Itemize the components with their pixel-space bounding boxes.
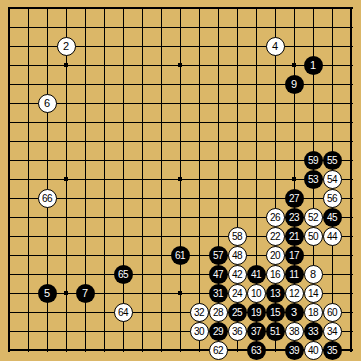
stone-number: 11: [289, 269, 298, 280]
stone-black-21[interactable]: 21: [285, 227, 304, 246]
stone-white-56[interactable]: 56: [323, 189, 342, 208]
stone-black-59[interactable]: 59: [304, 151, 323, 170]
stone-black-27[interactable]: 27: [285, 189, 304, 208]
stone-white-58[interactable]: 58: [228, 227, 247, 246]
stone-number: 9: [291, 78, 297, 90]
stone-white-52[interactable]: 52: [304, 208, 323, 227]
stone-number: 45: [327, 212, 337, 223]
stone-white-30[interactable]: 30: [190, 322, 209, 341]
stone-number: 8: [310, 268, 316, 280]
stone-white-26[interactable]: 26: [266, 208, 285, 227]
stone-white-2[interactable]: 2: [57, 37, 76, 56]
stone-white-38[interactable]: 38: [285, 322, 304, 341]
stone-number: 28: [213, 307, 223, 318]
stone-number: 48: [232, 250, 242, 261]
stone-white-32[interactable]: 32: [190, 303, 209, 322]
star-point: [292, 177, 296, 181]
stone-black-15[interactable]: 15: [266, 303, 285, 322]
stone-number: 33: [308, 326, 318, 337]
stone-number: 31: [213, 288, 223, 299]
stone-black-47[interactable]: 47: [209, 265, 228, 284]
stone-white-14[interactable]: 14: [304, 284, 323, 303]
stone-number: 34: [327, 326, 337, 337]
stone-white-6[interactable]: 6: [38, 94, 57, 113]
stone-black-33[interactable]: 33: [304, 322, 323, 341]
stone-number: 23: [289, 212, 299, 223]
stone-number: 65: [118, 269, 128, 280]
stone-number: 17: [289, 250, 299, 261]
stone-white-40[interactable]: 40: [304, 341, 323, 360]
stone-black-17[interactable]: 17: [285, 246, 304, 265]
stone-number: 6: [44, 97, 50, 109]
stone-number: 64: [118, 307, 128, 318]
stone-white-18[interactable]: 18: [304, 303, 323, 322]
stone-white-66[interactable]: 66: [38, 189, 57, 208]
stone-number: 26: [270, 212, 280, 223]
stone-number: 5: [44, 287, 50, 299]
stone-number: 18: [308, 307, 318, 318]
stone-white-34[interactable]: 34: [323, 322, 342, 341]
stone-white-28[interactable]: 28: [209, 303, 228, 322]
stone-number: 62: [213, 345, 223, 356]
stone-number: 42: [232, 269, 242, 280]
stone-black-65[interactable]: 65: [114, 265, 133, 284]
star-point: [178, 177, 182, 181]
stone-number: 25: [232, 307, 242, 318]
stone-number: 37: [251, 326, 261, 337]
stone-number: 10: [251, 288, 261, 299]
stone-black-35[interactable]: 35: [323, 341, 342, 360]
stone-white-24[interactable]: 24: [228, 284, 247, 303]
stone-number: 44: [327, 231, 337, 242]
stone-black-7[interactable]: 7: [76, 284, 95, 303]
star-point: [64, 291, 68, 295]
stone-number: 38: [289, 326, 299, 337]
stone-number: 40: [308, 345, 318, 356]
stone-white-10[interactable]: 10: [247, 284, 266, 303]
stone-black-51[interactable]: 51: [266, 322, 285, 341]
stone-number: 4: [272, 40, 278, 52]
stone-number: 60: [327, 307, 337, 318]
star-point: [178, 63, 182, 67]
stone-number: 54: [327, 174, 337, 185]
stone-black-25[interactable]: 25: [228, 303, 247, 322]
stone-white-36[interactable]: 36: [228, 322, 247, 341]
star-point: [292, 63, 296, 67]
stone-number: 55: [327, 155, 337, 166]
stone-black-9[interactable]: 9: [285, 75, 304, 94]
stone-number: 1: [310, 59, 316, 71]
stone-number: 57: [213, 250, 223, 261]
stone-number: 41: [251, 269, 261, 280]
stone-black-37[interactable]: 37: [247, 322, 266, 341]
stone-black-3[interactable]: 3: [285, 303, 304, 322]
stone-black-11[interactable]: 11: [285, 265, 304, 284]
stone-number: 22: [270, 231, 280, 242]
stone-number: 3: [291, 306, 297, 318]
stone-white-48[interactable]: 48: [228, 246, 247, 265]
stone-black-61[interactable]: 61: [171, 246, 190, 265]
stone-number: 58: [232, 231, 242, 242]
stone-number: 15: [270, 307, 280, 318]
stone-white-54[interactable]: 54: [323, 170, 342, 189]
stone-number: 39: [289, 345, 299, 356]
star-point: [64, 177, 68, 181]
stone-white-12[interactable]: 12: [285, 284, 304, 303]
stone-number: 36: [232, 326, 242, 337]
stone-number: 14: [308, 288, 318, 299]
go-board[interactable]: 1234567891011121314151617181920212223242…: [0, 0, 361, 361]
stone-black-31[interactable]: 31: [209, 284, 228, 303]
stone-number: 12: [289, 288, 299, 299]
grid-line-vertical: [350, 7, 352, 352]
stone-white-50[interactable]: 50: [304, 227, 323, 246]
stone-white-62[interactable]: 62: [209, 341, 228, 360]
stone-black-45[interactable]: 45: [323, 208, 342, 227]
stone-black-5[interactable]: 5: [38, 284, 57, 303]
stone-number: 52: [308, 212, 318, 223]
stone-number: 27: [289, 193, 299, 204]
stone-black-13[interactable]: 13: [266, 284, 285, 303]
stone-number: 30: [194, 326, 204, 337]
star-point: [178, 291, 182, 295]
stone-white-60[interactable]: 60: [323, 303, 342, 322]
stone-black-23[interactable]: 23: [285, 208, 304, 227]
stone-number: 19: [251, 307, 261, 318]
stone-black-19[interactable]: 19: [247, 303, 266, 322]
stone-white-4[interactable]: 4: [266, 37, 285, 56]
go-board-diagram: 1234567891011121314151617181920212223242…: [0, 0, 361, 361]
stone-white-44[interactable]: 44: [323, 227, 342, 246]
stone-number: 16: [270, 269, 280, 280]
stone-number: 21: [289, 231, 299, 242]
stone-number: 2: [63, 40, 69, 52]
stone-black-55[interactable]: 55: [323, 151, 342, 170]
star-point: [64, 63, 68, 67]
stone-number: 29: [213, 326, 223, 337]
stone-white-20[interactable]: 20: [266, 246, 285, 265]
stone-white-8[interactable]: 8: [304, 265, 323, 284]
stone-white-64[interactable]: 64: [114, 303, 133, 322]
stone-black-29[interactable]: 29: [209, 322, 228, 341]
stone-black-53[interactable]: 53: [304, 170, 323, 189]
stone-number: 32: [194, 307, 204, 318]
grid-line-vertical: [199, 7, 200, 352]
stone-number: 7: [82, 287, 88, 299]
stone-white-22[interactable]: 22: [266, 227, 285, 246]
stone-number: 51: [270, 326, 280, 337]
stone-black-57[interactable]: 57: [209, 246, 228, 265]
stone-number: 53: [308, 174, 318, 185]
stone-number: 56: [327, 193, 337, 204]
stone-number: 20: [270, 250, 280, 261]
stone-number: 63: [251, 345, 261, 356]
stone-number: 13: [270, 288, 280, 299]
stone-number: 66: [42, 193, 52, 204]
stone-number: 35: [327, 345, 337, 356]
stone-white-16[interactable]: 16: [266, 265, 285, 284]
stone-black-63[interactable]: 63: [247, 341, 266, 360]
stone-number: 59: [308, 155, 318, 166]
stone-black-1[interactable]: 1: [304, 56, 323, 75]
stone-black-41[interactable]: 41: [247, 265, 266, 284]
stone-number: 61: [175, 250, 185, 261]
stone-number: 50: [308, 231, 318, 242]
stone-number: 24: [232, 288, 242, 299]
stone-number: 47: [213, 269, 223, 280]
stone-black-39[interactable]: 39: [285, 341, 304, 360]
stone-white-42[interactable]: 42: [228, 265, 247, 284]
